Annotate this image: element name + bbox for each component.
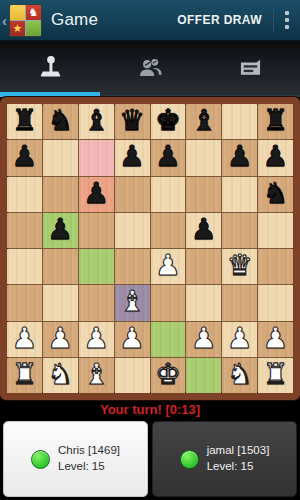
action-bar: ‹ ♞ ★ Game OFFER DRAW: [0, 0, 300, 41]
turn-status-text: Your turn! [0:13]: [0, 402, 300, 417]
square-b8[interactable]: ♞: [43, 104, 78, 139]
white-b-piece-d3: ♝: [119, 287, 145, 316]
white-p-piece-g2: ♟: [227, 324, 253, 353]
square-f1[interactable]: [186, 358, 221, 393]
square-e1[interactable]: ♚: [151, 358, 186, 393]
square-h8[interactable]: ♜: [258, 104, 293, 139]
square-g2[interactable]: ♟: [222, 322, 257, 357]
black-n-piece-b8: ♞: [47, 106, 73, 135]
square-h1[interactable]: ♜: [258, 358, 293, 393]
black-q-piece-d8: ♛: [119, 106, 145, 135]
black-p-piece-a7: ♟: [11, 142, 37, 171]
square-e6[interactable]: [151, 177, 186, 212]
black-p-piece-d7: ♟: [119, 142, 145, 171]
square-b3[interactable]: [43, 285, 78, 320]
white-p-piece-f2: ♟: [191, 324, 217, 353]
square-c5[interactable]: [79, 213, 114, 248]
black-p-piece-f5: ♟: [191, 215, 217, 244]
square-c1[interactable]: ♝: [79, 358, 114, 393]
black-p-piece-b5: ♟: [47, 215, 73, 244]
square-h7[interactable]: ♟: [258, 140, 293, 175]
square-e4[interactable]: ♟: [151, 249, 186, 284]
square-d4[interactable]: [115, 249, 150, 284]
square-d1[interactable]: [115, 358, 150, 393]
square-g1[interactable]: ♞: [222, 358, 257, 393]
square-c6[interactable]: ♟: [79, 177, 114, 212]
square-g8[interactable]: [222, 104, 257, 139]
white-r-piece-h1: ♜: [263, 360, 289, 389]
player-level: Level: 15: [207, 460, 254, 472]
square-e2[interactable]: [151, 322, 186, 357]
square-a2[interactable]: ♟: [7, 322, 42, 357]
square-f3[interactable]: [186, 285, 221, 320]
player-name: jamal [1503]: [207, 444, 270, 456]
board-grid: ♜♞♝♛♚♝♜♟♟♟♟♟♟♞♟♟♟♛♝♟♟♟♟♟♟♟♜♞♝♚♞♜: [7, 104, 293, 393]
player-card-white[interactable]: Chris [1469] Level: 15: [3, 421, 148, 497]
square-g5[interactable]: [222, 213, 257, 248]
square-h3[interactable]: [258, 285, 293, 320]
square-a5[interactable]: [7, 213, 42, 248]
white-p-piece-d2: ♟: [119, 324, 145, 353]
black-p-piece-g7: ♟: [227, 142, 253, 171]
page-title: Game: [51, 10, 98, 30]
black-r-piece-h8: ♜: [263, 106, 289, 135]
black-b-piece-f8: ♝: [191, 106, 217, 135]
square-d5[interactable]: [115, 213, 150, 248]
white-p-piece-a2: ♟: [11, 324, 37, 353]
square-b2[interactable]: ♟: [43, 322, 78, 357]
white-p-piece-h2: ♟: [263, 324, 289, 353]
square-f4[interactable]: [186, 249, 221, 284]
players-icon: [137, 54, 164, 85]
square-b7[interactable]: [43, 140, 78, 175]
square-e3[interactable]: [151, 285, 186, 320]
square-b4[interactable]: [43, 249, 78, 284]
square-e7[interactable]: ♟: [151, 140, 186, 175]
square-g6[interactable]: [222, 177, 257, 212]
square-b5[interactable]: ♟: [43, 213, 78, 248]
square-b1[interactable]: ♞: [43, 358, 78, 393]
square-f7[interactable]: [186, 140, 221, 175]
white-n-piece-g1: ♞: [227, 360, 253, 389]
app-icon-knight-quadrant: ♞: [26, 5, 41, 20]
black-p-piece-e7: ♟: [155, 142, 181, 171]
white-r-piece-a1: ♜: [11, 360, 37, 389]
app-icon[interactable]: ♞ ★: [9, 4, 42, 37]
square-e8[interactable]: ♚: [151, 104, 186, 139]
square-g3[interactable]: [222, 285, 257, 320]
chess-board: ♜♞♝♛♚♝♜♟♟♟♟♟♟♞♟♟♟♛♝♟♟♟♟♟♟♟♜♞♝♚♞♜: [0, 97, 300, 400]
app-icon-star-quadrant: ★: [10, 21, 25, 36]
black-k-piece-e8: ♚: [155, 106, 181, 135]
square-d7[interactable]: ♟: [115, 140, 150, 175]
white-q-piece-g4: ♛: [227, 251, 253, 280]
square-g4[interactable]: ♛: [222, 249, 257, 284]
square-c8[interactable]: ♝: [79, 104, 114, 139]
square-h4[interactable]: [258, 249, 293, 284]
joystick-icon: [37, 54, 64, 85]
square-d6[interactable]: [115, 177, 150, 212]
square-d8[interactable]: ♛: [115, 104, 150, 139]
square-a6[interactable]: [7, 177, 42, 212]
square-a7[interactable]: ♟: [7, 140, 42, 175]
square-f2[interactable]: ♟: [186, 322, 221, 357]
square-f5[interactable]: ♟: [186, 213, 221, 248]
tab-bar: [0, 41, 300, 97]
white-p-piece-c2: ♟: [83, 324, 109, 353]
black-r-piece-a8: ♜: [11, 106, 37, 135]
app-icon-yellow-quadrant: [10, 5, 25, 20]
chat-icon: [237, 54, 264, 85]
square-h6[interactable]: ♞: [258, 177, 293, 212]
square-a1[interactable]: ♜: [7, 358, 42, 393]
tab-chat[interactable]: [200, 41, 300, 97]
square-e5[interactable]: [151, 213, 186, 248]
black-n-piece-h6: ♞: [263, 179, 289, 208]
tab-game[interactable]: [0, 41, 100, 97]
online-status-icon: [180, 450, 199, 469]
square-a8[interactable]: ♜: [7, 104, 42, 139]
white-p-piece-e4: ♟: [155, 251, 181, 280]
black-b-piece-c8: ♝: [83, 106, 109, 135]
online-status-icon: [31, 450, 50, 469]
tab-players[interactable]: [100, 41, 200, 97]
white-b-piece-c1: ♝: [83, 360, 109, 389]
white-k-piece-e1: ♚: [155, 360, 181, 389]
offer-draw-button[interactable]: OFFER DRAW: [166, 0, 273, 41]
screen: ‹ ♞ ★ Game OFFER DRAW: [0, 0, 300, 500]
square-f8[interactable]: ♝: [186, 104, 221, 139]
square-c4[interactable]: [79, 249, 114, 284]
square-c7[interactable]: [79, 140, 114, 175]
square-a3[interactable]: [7, 285, 42, 320]
square-c2[interactable]: ♟: [79, 322, 114, 357]
square-b6[interactable]: [43, 177, 78, 212]
back-caret-icon[interactable]: ‹: [0, 0, 9, 41]
white-p-piece-b2: ♟: [47, 324, 73, 353]
player-name: Chris [1469]: [58, 444, 120, 456]
overflow-menu-icon[interactable]: [274, 0, 300, 41]
black-p-piece-c6: ♟: [83, 179, 109, 208]
square-h2[interactable]: ♟: [258, 322, 293, 357]
square-f6[interactable]: [186, 177, 221, 212]
square-a4[interactable]: [7, 249, 42, 284]
white-n-piece-b1: ♞: [47, 360, 73, 389]
black-p-piece-h7: ♟: [263, 142, 289, 171]
app-icon-green-quadrant: [26, 21, 41, 36]
square-h5[interactable]: [258, 213, 293, 248]
square-d2[interactable]: ♟: [115, 322, 150, 357]
square-g7[interactable]: ♟: [222, 140, 257, 175]
square-c3[interactable]: [79, 285, 114, 320]
player-card-black[interactable]: jamal [1503] Level: 15: [152, 421, 297, 497]
player-level: Level: 15: [58, 460, 105, 472]
square-d3[interactable]: ♝: [115, 285, 150, 320]
